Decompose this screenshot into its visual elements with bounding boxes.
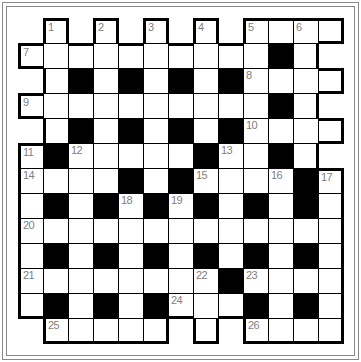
cell-r1c10-block <box>268 43 294 69</box>
clue-number-24: 24 <box>171 295 182 306</box>
cell-r2c4-block <box>118 68 144 94</box>
cell-r11c6[interactable]: 24 <box>168 293 194 319</box>
cell-r5c5[interactable] <box>143 143 169 169</box>
cell-r0c3[interactable]: 2 <box>93 18 119 44</box>
cell-r9c3-block <box>93 243 119 269</box>
clue-number-25: 25 <box>48 320 59 331</box>
cell-r8c5[interactable] <box>143 218 169 244</box>
cell-r4c12[interactable] <box>318 118 344 144</box>
cell-r6c1[interactable] <box>43 168 69 194</box>
cell-r9c2[interactable] <box>68 243 94 269</box>
cell-r7c7-block <box>193 193 219 219</box>
cell-r10c1[interactable] <box>43 268 69 294</box>
cell-r12c7[interactable] <box>193 318 219 344</box>
cell-r9c9-block <box>243 243 269 269</box>
clue-number-14: 14 <box>23 170 34 181</box>
cell-r6c6-block <box>168 168 194 194</box>
cell-r2c7[interactable] <box>193 68 219 94</box>
cell-r5c1-block <box>43 143 69 169</box>
cell-r0c10[interactable] <box>268 18 294 44</box>
cell-r5c11[interactable] <box>293 143 319 169</box>
clue-number-1: 1 <box>48 22 54 33</box>
cell-r6c8[interactable] <box>218 168 244 194</box>
cell-r6c12[interactable]: 17 <box>318 168 344 194</box>
cell-r0c7[interactable]: 4 <box>193 18 219 44</box>
cell-r11c11-block <box>293 293 319 319</box>
cell-r12c12[interactable] <box>318 318 344 344</box>
cell-r3c11[interactable] <box>293 93 319 119</box>
cell-r9c4[interactable] <box>118 243 144 269</box>
cell-r10c7[interactable]: 22 <box>193 268 219 294</box>
cell-r5c9[interactable] <box>243 143 269 169</box>
cell-r3c4[interactable] <box>118 93 144 119</box>
cell-r8c10[interactable] <box>268 218 294 244</box>
cell-r11c9-block <box>243 293 269 319</box>
cell-r9c0[interactable] <box>18 243 44 269</box>
cell-r1c3[interactable] <box>93 43 119 69</box>
cell-r11c5-block <box>143 293 169 319</box>
cell-r10c11[interactable] <box>293 268 319 294</box>
cell-r6c0[interactable]: 14 <box>18 168 44 194</box>
cell-r8c11[interactable] <box>293 218 319 244</box>
cell-r3c2[interactable] <box>68 93 94 119</box>
cell-r8c0[interactable]: 20 <box>18 218 44 244</box>
cell-r1c11[interactable] <box>293 43 319 69</box>
clue-number-4: 4 <box>198 22 204 33</box>
clue-number-5: 5 <box>248 22 254 33</box>
cell-r12c5[interactable] <box>143 318 169 344</box>
cell-r9c6[interactable] <box>168 243 194 269</box>
cell-r7c5-block <box>143 193 169 219</box>
cell-r0c9[interactable]: 5 <box>243 18 269 44</box>
cell-r5c3[interactable] <box>93 143 119 169</box>
cell-r7c2[interactable] <box>68 193 94 219</box>
cell-r12c3[interactable] <box>93 318 119 344</box>
cell-r8c12[interactable] <box>318 218 344 244</box>
cell-r3c1[interactable] <box>43 93 69 119</box>
cell-r0c1[interactable]: 1 <box>43 18 69 44</box>
cell-r8c1[interactable] <box>43 218 69 244</box>
clue-number-18: 18 <box>121 195 132 206</box>
clue-number-20: 20 <box>23 220 34 231</box>
cell-r3c5[interactable] <box>143 93 169 119</box>
cell-r9c7-block <box>193 243 219 269</box>
clue-number-6: 6 <box>296 22 302 33</box>
cell-r7c3-block <box>93 193 119 219</box>
cell-r8c9[interactable] <box>243 218 269 244</box>
cell-r11c10[interactable] <box>268 293 294 319</box>
cell-r9c1-block <box>43 243 69 269</box>
cell-r6c5[interactable] <box>143 168 169 194</box>
cell-r4c8-block <box>218 118 244 144</box>
cell-r7c6[interactable]: 19 <box>168 193 194 219</box>
cell-r7c0[interactable] <box>18 193 44 219</box>
cell-r8c7[interactable] <box>193 218 219 244</box>
cell-r2c6-block <box>168 68 194 94</box>
clue-number-16: 16 <box>271 170 282 181</box>
clue-number-9: 9 <box>23 97 29 108</box>
cell-r10c5[interactable] <box>143 268 169 294</box>
cell-r8c4[interactable] <box>118 218 144 244</box>
cell-r4c10[interactable] <box>268 118 294 144</box>
clue-number-7: 7 <box>23 47 29 58</box>
cell-r2c10[interactable] <box>268 68 294 94</box>
cell-r11c8[interactable] <box>218 293 244 319</box>
cell-r4c3[interactable] <box>93 118 119 144</box>
cell-r11c1-block <box>43 293 69 319</box>
cell-r7c11-block <box>293 193 319 219</box>
clue-number-12: 12 <box>71 145 82 156</box>
cell-r0c5[interactable]: 3 <box>143 18 169 44</box>
cell-r8c6[interactable] <box>168 218 194 244</box>
cell-r5c10-block <box>268 143 294 169</box>
cell-r1c2[interactable] <box>68 43 94 69</box>
cell-r4c9[interactable]: 10 <box>243 118 269 144</box>
cell-r10c4[interactable] <box>118 268 144 294</box>
cell-r2c8-block <box>218 68 244 94</box>
cell-r4c4-block <box>118 118 144 144</box>
cell-r4c11[interactable] <box>293 118 319 144</box>
cell-r3c3[interactable] <box>93 93 119 119</box>
cell-r2c12[interactable] <box>318 68 344 94</box>
cell-r9c8[interactable] <box>218 243 244 269</box>
cell-r1c1[interactable] <box>43 43 69 69</box>
crossword-grid: 1234567891011121314151617181920212223242… <box>18 18 345 345</box>
cell-r2c1[interactable] <box>43 68 69 94</box>
cell-r11c3-block <box>93 293 119 319</box>
clue-number-23: 23 <box>246 270 257 281</box>
cell-r4c6-block <box>168 118 194 144</box>
cell-r3c7[interactable] <box>193 93 219 119</box>
cell-r5c2[interactable]: 12 <box>68 143 94 169</box>
cell-r10c9[interactable]: 23 <box>243 268 269 294</box>
cell-r2c11[interactable] <box>293 68 319 94</box>
cell-r7c1-block <box>43 193 69 219</box>
cell-r5c4[interactable] <box>118 143 144 169</box>
cell-r1c0[interactable]: 7 <box>18 43 44 69</box>
clue-number-21: 21 <box>23 270 34 281</box>
cell-r10c2[interactable] <box>68 268 94 294</box>
cell-r4c5[interactable] <box>143 118 169 144</box>
cell-r6c9[interactable] <box>243 168 269 194</box>
cell-r3c9[interactable] <box>243 93 269 119</box>
cell-r9c11-block <box>293 243 319 269</box>
clue-number-10: 10 <box>246 120 257 131</box>
cell-r7c9-block <box>243 193 269 219</box>
cell-r9c5-block <box>143 243 169 269</box>
cell-r8c3[interactable] <box>93 218 119 244</box>
cell-r11c12[interactable] <box>318 293 344 319</box>
cell-r4c7[interactable] <box>193 118 219 144</box>
cell-r12c1[interactable]: 25 <box>43 318 69 344</box>
cell-r3c0[interactable]: 9 <box>18 93 44 119</box>
cell-r1c9[interactable] <box>243 43 269 69</box>
cell-r2c9[interactable]: 8 <box>243 68 269 94</box>
cell-r12c2[interactable] <box>68 318 94 344</box>
cell-r5c0[interactable]: 11 <box>18 143 44 169</box>
clue-number-19: 19 <box>171 195 182 206</box>
cell-r6c11-block <box>293 168 319 194</box>
cell-r10c3[interactable] <box>93 268 119 294</box>
cell-r1c6[interactable] <box>168 43 194 69</box>
cell-r12c4[interactable] <box>118 318 144 344</box>
screen: 1234567891011121314151617181920212223242… <box>0 0 361 362</box>
cell-r7c12[interactable] <box>318 193 344 219</box>
cell-r6c7[interactable]: 15 <box>193 168 219 194</box>
cell-r10c10[interactable] <box>268 268 294 294</box>
cell-r11c0[interactable] <box>18 293 44 319</box>
cell-r6c4-block <box>118 168 144 194</box>
cell-r11c7[interactable] <box>193 293 219 319</box>
cell-r3c8[interactable] <box>218 93 244 119</box>
clue-number-22: 22 <box>196 270 207 281</box>
cell-r11c4[interactable] <box>118 293 144 319</box>
cell-r12c10[interactable] <box>268 318 294 344</box>
cell-r4c2-block <box>68 118 94 144</box>
cell-r2c2-block <box>68 68 94 94</box>
cell-r9c12[interactable] <box>318 243 344 269</box>
clue-number-11: 11 <box>23 147 33 158</box>
clue-number-2: 2 <box>98 22 104 33</box>
cell-r1c5[interactable] <box>143 43 169 69</box>
cell-r7c4[interactable]: 18 <box>118 193 144 219</box>
cell-r0c11[interactable]: 6 <box>293 18 319 44</box>
clue-number-8: 8 <box>246 70 252 81</box>
cell-r2c3[interactable] <box>93 68 119 94</box>
cell-r10c6[interactable] <box>168 268 194 294</box>
cell-r7c8[interactable] <box>218 193 244 219</box>
cell-r12c9[interactable]: 26 <box>243 318 269 344</box>
cell-r1c4[interactable] <box>118 43 144 69</box>
cell-r12c11[interactable] <box>293 318 319 344</box>
cell-r6c3[interactable] <box>93 168 119 194</box>
clue-number-17: 17 <box>321 172 332 183</box>
cell-r11c2[interactable] <box>68 293 94 319</box>
cell-r2c5[interactable] <box>143 68 169 94</box>
cell-r10c0[interactable]: 21 <box>18 268 44 294</box>
cell-r5c7-block <box>193 143 219 169</box>
cell-r7c10[interactable] <box>268 193 294 219</box>
cell-r8c8[interactable] <box>218 218 244 244</box>
cell-r1c7[interactable] <box>193 43 219 69</box>
cell-r10c8-block <box>218 268 244 294</box>
clue-number-15: 15 <box>196 170 207 181</box>
cell-r6c10[interactable]: 16 <box>268 168 294 194</box>
cell-r3c10-block <box>268 93 294 119</box>
clue-number-26: 26 <box>248 320 259 331</box>
cell-r5c8[interactable]: 13 <box>218 143 244 169</box>
cell-r9c10[interactable] <box>268 243 294 269</box>
cell-r8c2[interactable] <box>68 218 94 244</box>
cell-r3c6[interactable] <box>168 93 194 119</box>
cell-r4c1[interactable] <box>43 118 69 144</box>
clue-number-13: 13 <box>221 145 232 156</box>
cell-r5c6[interactable] <box>168 143 194 169</box>
cell-r10c12[interactable] <box>318 268 344 294</box>
cell-r6c2[interactable] <box>68 168 94 194</box>
cell-r0c12[interactable] <box>318 18 344 44</box>
clue-number-3: 3 <box>148 22 154 33</box>
cell-r1c8[interactable] <box>218 43 244 69</box>
